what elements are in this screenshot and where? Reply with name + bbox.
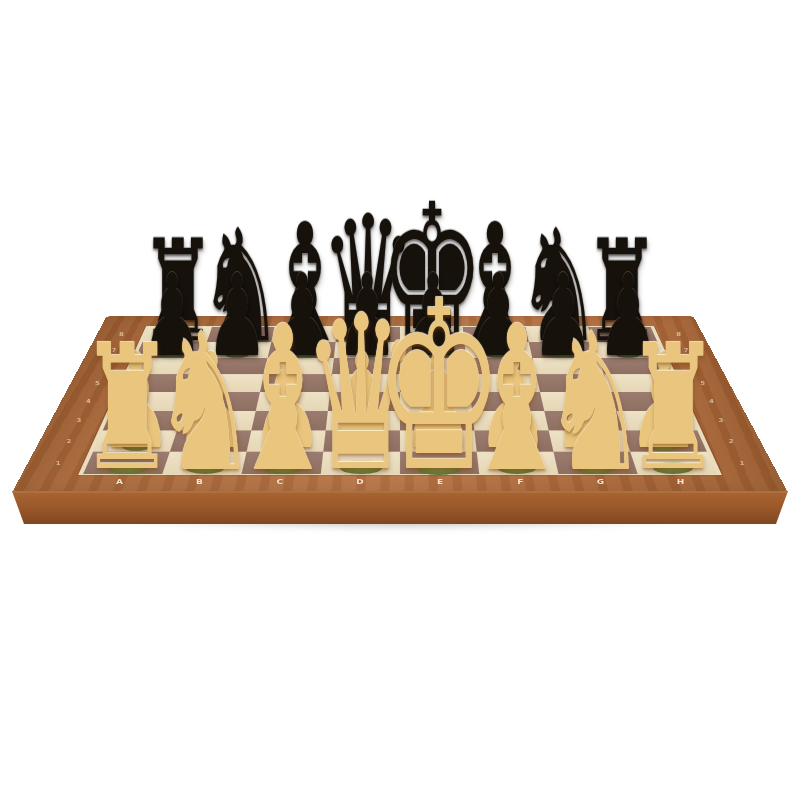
square-f1 <box>477 452 559 474</box>
square-h3 <box>616 411 697 431</box>
square-b6 <box>196 358 268 375</box>
square-b3 <box>177 411 256 431</box>
square-a3 <box>103 411 184 431</box>
square-g8 <box>525 327 593 342</box>
square-f4 <box>470 392 544 411</box>
square-a7 <box>135 342 206 358</box>
square-h8 <box>588 327 657 342</box>
chess-board <box>12 316 788 492</box>
square-a1 <box>83 452 170 474</box>
square-e8 <box>400 327 464 342</box>
square-h7 <box>593 342 664 358</box>
square-b7 <box>202 342 272 358</box>
square-g7 <box>529 342 599 358</box>
square-d4 <box>328 392 400 411</box>
square-a5 <box>120 374 196 392</box>
square-c7 <box>268 342 336 358</box>
square-h2 <box>623 430 707 451</box>
square-d7 <box>334 342 400 358</box>
square-a2 <box>93 430 177 451</box>
square-g4 <box>540 392 616 411</box>
square-h6 <box>598 358 672 375</box>
board-front-edge <box>0 491 800 527</box>
square-c5 <box>260 374 332 392</box>
square-e5 <box>400 374 470 392</box>
square-c3 <box>251 411 328 431</box>
square-b5 <box>190 374 264 392</box>
square-b4 <box>184 392 260 411</box>
square-e7 <box>400 342 466 358</box>
chess-set-photo: ABCDEFGH1122334455667788 ♜♞♝♛♚♝♞♜♟♟♟♟♟♟♟… <box>0 0 800 800</box>
square-b2 <box>170 430 251 451</box>
square-c4 <box>256 392 330 411</box>
square-d6 <box>332 358 400 375</box>
square-d8 <box>336 327 400 342</box>
square-e6 <box>400 358 468 375</box>
square-h4 <box>610 392 688 411</box>
square-d5 <box>330 374 400 392</box>
square-f8 <box>463 327 529 342</box>
square-f3 <box>472 411 549 431</box>
square-c2 <box>247 430 326 451</box>
square-f6 <box>466 358 536 375</box>
square-d2 <box>323 430 400 451</box>
square-f7 <box>464 342 532 358</box>
square-f5 <box>468 374 540 392</box>
square-g3 <box>544 411 623 431</box>
square-b1 <box>162 452 246 474</box>
square-c8 <box>271 327 337 342</box>
square-e2 <box>400 430 477 451</box>
square-g1 <box>553 452 637 474</box>
square-d3 <box>326 411 400 431</box>
square-a4 <box>112 392 190 411</box>
square-b8 <box>207 327 275 342</box>
square-e3 <box>400 411 474 431</box>
square-e1 <box>400 452 479 474</box>
square-c1 <box>242 452 324 474</box>
square-e4 <box>400 392 472 411</box>
square-h5 <box>604 374 680 392</box>
square-d1 <box>321 452 400 474</box>
board-squares <box>83 327 717 474</box>
square-h1 <box>630 452 717 474</box>
square-g6 <box>532 358 604 375</box>
square-f2 <box>474 430 553 451</box>
square-a8 <box>143 327 212 342</box>
square-g5 <box>536 374 610 392</box>
square-g2 <box>549 430 630 451</box>
square-c6 <box>264 358 334 375</box>
square-a6 <box>128 358 202 375</box>
